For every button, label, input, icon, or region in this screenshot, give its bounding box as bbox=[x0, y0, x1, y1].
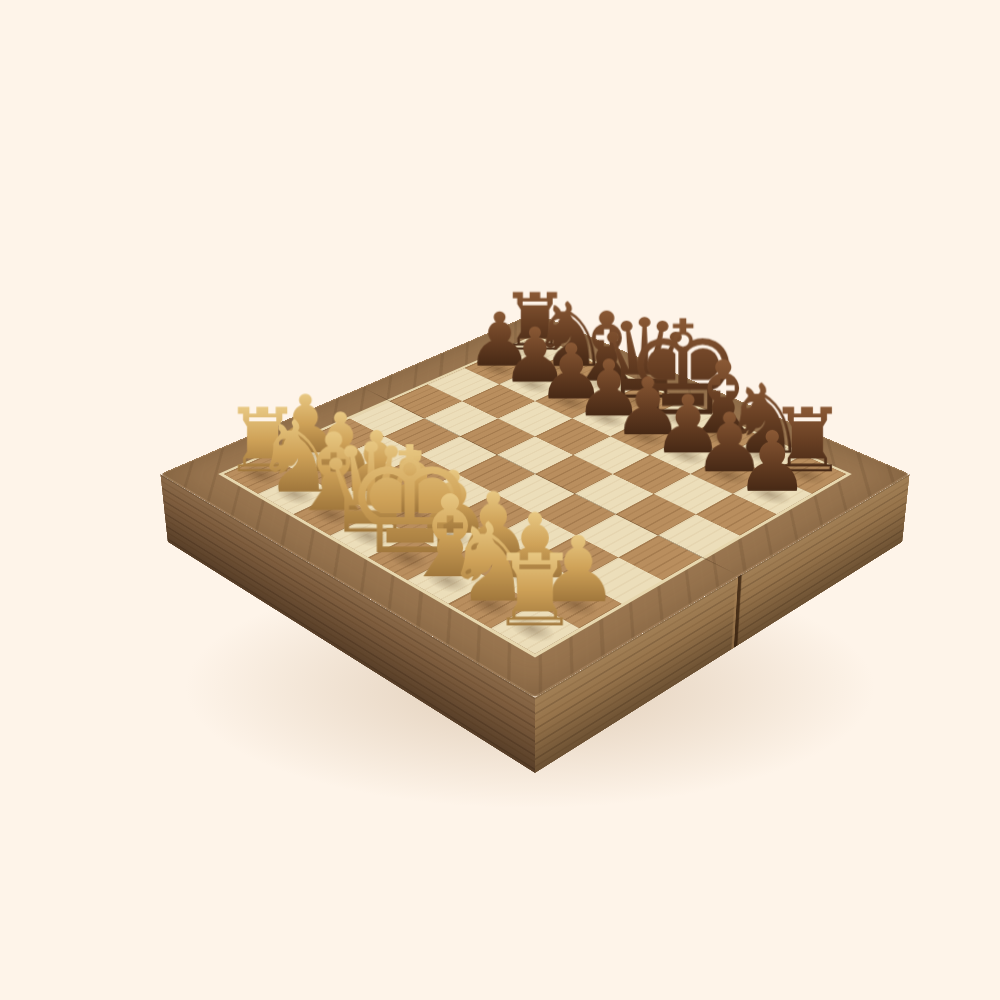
black-pawn-glyph: ♟ bbox=[735, 420, 810, 503]
product-photo-backdrop: ♜♞♝♛♚♝♞♜♟♟♟♟♟♟♟♟♟♟♟♟♟♟♟♟♜♞♝♛♚♝♞♜ bbox=[0, 0, 1000, 1000]
white-rook-glyph: ♜ bbox=[490, 541, 579, 641]
chessboard-scene: ♜♞♝♛♚♝♞♜♟♟♟♟♟♟♟♟♟♟♟♟♟♟♟♟♜♞♝♛♚♝♞♜ bbox=[270, 209, 800, 739]
board-frame: ♜♞♝♛♚♝♞♜♟♟♟♟♟♟♟♟♟♟♟♟♟♟♟♟♜♞♝♛♚♝♞♜ bbox=[160, 313, 910, 698]
square-h1[interactable]: ♜ bbox=[491, 604, 579, 654]
folding-chess-box: ♜♞♝♛♚♝♞♜♟♟♟♟♟♟♟♟♟♟♟♟♟♟♟♟♜♞♝♛♚♝♞♜ bbox=[160, 313, 910, 698]
